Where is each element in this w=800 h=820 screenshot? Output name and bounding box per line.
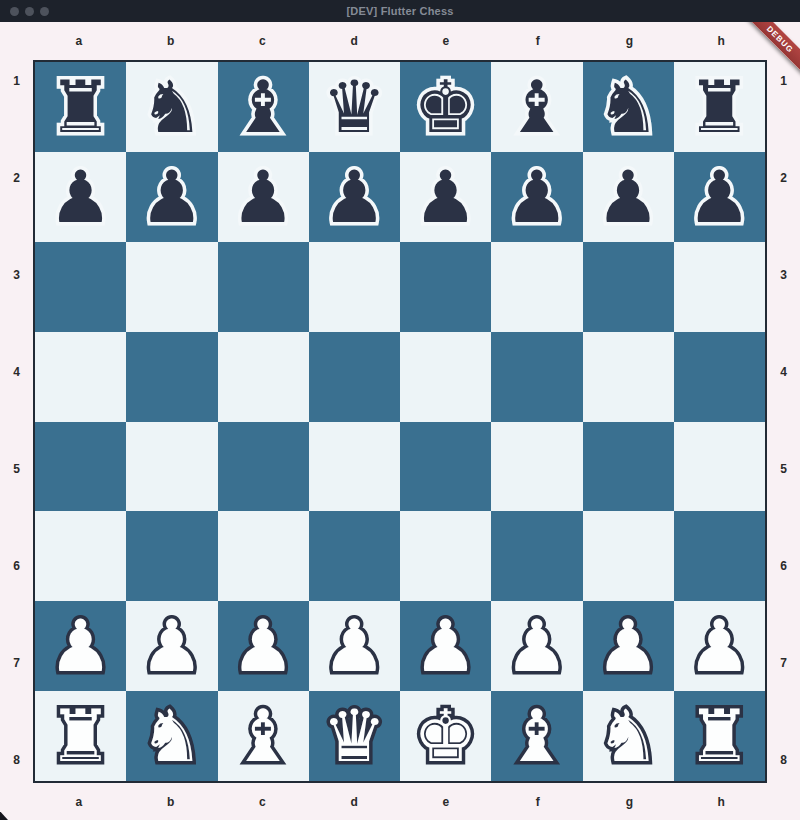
white-pawn-b7[interactable]: ♟♟ <box>126 601 217 691</box>
black-rook-a1[interactable]: ♜♜ <box>35 62 126 152</box>
square-d3[interactable] <box>309 242 400 332</box>
square-d8[interactable]: ♛♛ <box>309 691 400 781</box>
file-labels-bottom: abcdefgh <box>33 783 767 820</box>
black-pawn-d2[interactable]: ♟♟ <box>309 152 400 242</box>
rank-label-left-4: 4 <box>0 324 33 421</box>
piece-glyph: ♟ <box>491 601 582 691</box>
file-label-bottom-g: g <box>584 783 676 820</box>
square-h4[interactable] <box>674 332 765 422</box>
square-a6[interactable] <box>35 511 126 601</box>
square-d2[interactable]: ♟♟ <box>309 152 400 242</box>
white-queen-d8[interactable]: ♛♛ <box>309 691 400 781</box>
black-pawn-g2[interactable]: ♟♟ <box>583 152 674 242</box>
square-f5[interactable] <box>491 422 582 512</box>
square-c1[interactable]: ♝♝ <box>218 62 309 152</box>
square-g2[interactable]: ♟♟ <box>583 152 674 242</box>
rank-label-left-2: 2 <box>0 130 33 227</box>
square-h3[interactable] <box>674 242 765 332</box>
white-bishop-f8[interactable]: ♝♝ <box>491 691 582 781</box>
window-title: [DEV] Flutter Chess <box>346 5 453 17</box>
rank-label-right-3: 3 <box>767 227 800 324</box>
file-label-top-b: b <box>125 22 217 60</box>
piece-glyph: ♝ <box>491 62 582 152</box>
file-label-bottom-a: a <box>33 783 125 820</box>
piece-glyph: ♟ <box>583 152 674 242</box>
square-g6[interactable] <box>583 511 674 601</box>
piece-glyph: ♚ <box>400 691 491 781</box>
square-a4[interactable] <box>35 332 126 422</box>
rank-label-right-7: 7 <box>767 614 800 711</box>
file-label-top-f: f <box>492 22 584 60</box>
square-f8[interactable]: ♝♝ <box>491 691 582 781</box>
rank-label-left-5: 5 <box>0 421 33 518</box>
file-label-top-c: c <box>217 22 309 60</box>
white-pawn-c7[interactable]: ♟♟ <box>218 601 309 691</box>
file-label-bottom-c: c <box>217 783 309 820</box>
black-queen-d1[interactable]: ♛♛ <box>309 62 400 152</box>
square-g3[interactable] <box>583 242 674 332</box>
piece-glyph: ♟ <box>35 601 126 691</box>
square-g1[interactable]: ♞♞ <box>583 62 674 152</box>
piece-glyph: ♟ <box>491 152 582 242</box>
white-pawn-d7[interactable]: ♟♟ <box>309 601 400 691</box>
square-b3[interactable] <box>126 242 217 332</box>
square-c6[interactable] <box>218 511 309 601</box>
piece-glyph: ♜ <box>674 691 765 781</box>
black-bishop-f1[interactable]: ♝♝ <box>491 62 582 152</box>
square-a3[interactable] <box>35 242 126 332</box>
white-pawn-a7[interactable]: ♟♟ <box>35 601 126 691</box>
piece-glyph: ♟ <box>309 152 400 242</box>
piece-glyph: ♝ <box>218 62 309 152</box>
square-f4[interactable] <box>491 332 582 422</box>
file-labels-top: abcdefgh <box>33 22 767 60</box>
rank-label-left-7: 7 <box>0 614 33 711</box>
square-h6[interactable] <box>674 511 765 601</box>
file-label-top-g: g <box>584 22 676 60</box>
window-close-button[interactable] <box>10 7 19 16</box>
white-rook-h8[interactable]: ♜♜ <box>674 691 765 781</box>
piece-glyph: ♟ <box>400 152 491 242</box>
black-pawn-h2[interactable]: ♟♟ <box>674 152 765 242</box>
file-label-bottom-h: h <box>675 783 767 820</box>
rank-labels-right: 12345678 <box>767 33 800 808</box>
black-knight-b1[interactable]: ♞♞ <box>126 62 217 152</box>
chess-board: ♜♜♞♞♝♝♛♛♚♚♝♝♞♞♜♜♟♟♟♟♟♟♟♟♟♟♟♟♟♟♟♟♟♟♟♟♟♟♟♟… <box>33 60 767 783</box>
square-h8[interactable]: ♜♜ <box>674 691 765 781</box>
black-pawn-b2[interactable]: ♟♟ <box>126 152 217 242</box>
piece-glyph: ♜ <box>35 62 126 152</box>
square-d5[interactable] <box>309 422 400 512</box>
file-label-top-d: d <box>308 22 400 60</box>
rank-label-left-8: 8 <box>0 711 33 808</box>
black-pawn-a2[interactable]: ♟♟ <box>35 152 126 242</box>
square-d6[interactable] <box>309 511 400 601</box>
piece-glyph: ♞ <box>126 691 217 781</box>
rank-label-left-1: 1 <box>0 33 33 130</box>
square-e7[interactable]: ♟♟ <box>400 601 491 691</box>
rank-labels-left: 12345678 <box>0 33 33 808</box>
square-h5[interactable] <box>674 422 765 512</box>
rank-label-right-4: 4 <box>767 324 800 421</box>
square-h1[interactable]: ♜♜ <box>674 62 765 152</box>
rank-label-right-6: 6 <box>767 517 800 614</box>
square-b1[interactable]: ♞♞ <box>126 62 217 152</box>
square-e2[interactable]: ♟♟ <box>400 152 491 242</box>
window-minimize-button[interactable] <box>25 7 34 16</box>
piece-glyph: ♟ <box>583 601 674 691</box>
square-a5[interactable] <box>35 422 126 512</box>
piece-glyph: ♟ <box>218 601 309 691</box>
square-e1[interactable]: ♚♚ <box>400 62 491 152</box>
piece-glyph: ♞ <box>583 691 674 781</box>
square-d7[interactable]: ♟♟ <box>309 601 400 691</box>
square-g5[interactable] <box>583 422 674 512</box>
piece-glyph: ♜ <box>674 62 765 152</box>
piece-glyph: ♟ <box>218 152 309 242</box>
white-bishop-c8[interactable]: ♝♝ <box>218 691 309 781</box>
square-b7[interactable]: ♟♟ <box>126 601 217 691</box>
square-h2[interactable]: ♟♟ <box>674 152 765 242</box>
piece-glyph: ♟ <box>400 601 491 691</box>
white-pawn-h7[interactable]: ♟♟ <box>674 601 765 691</box>
file-label-bottom-f: f <box>492 783 584 820</box>
square-c5[interactable] <box>218 422 309 512</box>
square-g7[interactable]: ♟♟ <box>583 601 674 691</box>
rank-label-right-1: 1 <box>767 33 800 130</box>
rank-label-right-8: 8 <box>767 711 800 808</box>
window-titlebar: [DEV] Flutter Chess <box>0 0 800 22</box>
piece-glyph: ♟ <box>309 601 400 691</box>
piece-glyph: ♝ <box>218 691 309 781</box>
square-c3[interactable] <box>218 242 309 332</box>
square-a2[interactable]: ♟♟ <box>35 152 126 242</box>
square-c7[interactable]: ♟♟ <box>218 601 309 691</box>
rank-label-left-3: 3 <box>0 227 33 324</box>
square-f7[interactable]: ♟♟ <box>491 601 582 691</box>
white-rook-a8[interactable]: ♜♜ <box>35 691 126 781</box>
black-king-e1[interactable]: ♚♚ <box>400 62 491 152</box>
file-label-top-e: e <box>400 22 492 60</box>
piece-glyph: ♟ <box>674 152 765 242</box>
white-pawn-f7[interactable]: ♟♟ <box>491 601 582 691</box>
piece-glyph: ♟ <box>674 601 765 691</box>
square-a7[interactable]: ♟♟ <box>35 601 126 691</box>
square-f2[interactable]: ♟♟ <box>491 152 582 242</box>
white-king-e8[interactable]: ♚♚ <box>400 691 491 781</box>
piece-glyph: ♛ <box>309 62 400 152</box>
square-c4[interactable] <box>218 332 309 422</box>
square-b4[interactable] <box>126 332 217 422</box>
piece-glyph: ♜ <box>35 691 126 781</box>
file-label-bottom-d: d <box>308 783 400 820</box>
square-g4[interactable] <box>583 332 674 422</box>
square-b8[interactable]: ♞♞ <box>126 691 217 781</box>
rank-label-right-2: 2 <box>767 130 800 227</box>
square-e6[interactable] <box>400 511 491 601</box>
file-label-bottom-e: e <box>400 783 492 820</box>
piece-glyph: ♚ <box>400 62 491 152</box>
file-label-bottom-b: b <box>125 783 217 820</box>
black-pawn-c2[interactable]: ♟♟ <box>218 152 309 242</box>
window-maximize-button[interactable] <box>40 7 49 16</box>
square-g8[interactable]: ♞♞ <box>583 691 674 781</box>
square-d4[interactable] <box>309 332 400 422</box>
square-e3[interactable] <box>400 242 491 332</box>
piece-glyph: ♝ <box>491 691 582 781</box>
square-b2[interactable]: ♟♟ <box>126 152 217 242</box>
square-f6[interactable] <box>491 511 582 601</box>
mouse-cursor <box>0 809 8 820</box>
rank-label-left-6: 6 <box>0 517 33 614</box>
white-knight-b8[interactable]: ♞♞ <box>126 691 217 781</box>
black-pawn-e2[interactable]: ♟♟ <box>400 152 491 242</box>
window-controls <box>10 0 49 22</box>
piece-glyph: ♛ <box>309 691 400 781</box>
square-d1[interactable]: ♛♛ <box>309 62 400 152</box>
white-pawn-e7[interactable]: ♟♟ <box>400 601 491 691</box>
piece-glyph: ♞ <box>583 62 674 152</box>
black-bishop-c1[interactable]: ♝♝ <box>218 62 309 152</box>
square-c8[interactable]: ♝♝ <box>218 691 309 781</box>
piece-glyph: ♟ <box>35 152 126 242</box>
white-pawn-g7[interactable]: ♟♟ <box>583 601 674 691</box>
file-label-top-h: h <box>675 22 767 60</box>
square-f1[interactable]: ♝♝ <box>491 62 582 152</box>
square-h7[interactable]: ♟♟ <box>674 601 765 691</box>
black-knight-g1[interactable]: ♞♞ <box>583 62 674 152</box>
piece-glyph: ♟ <box>126 601 217 691</box>
black-pawn-f2[interactable]: ♟♟ <box>491 152 582 242</box>
square-e8[interactable]: ♚♚ <box>400 691 491 781</box>
square-b6[interactable] <box>126 511 217 601</box>
square-f3[interactable] <box>491 242 582 332</box>
square-c2[interactable]: ♟♟ <box>218 152 309 242</box>
file-label-top-a: a <box>33 22 125 60</box>
square-e5[interactable] <box>400 422 491 512</box>
rank-label-right-5: 5 <box>767 421 800 518</box>
square-e4[interactable] <box>400 332 491 422</box>
piece-glyph: ♟ <box>126 152 217 242</box>
black-rook-h1[interactable]: ♜♜ <box>674 62 765 152</box>
square-a8[interactable]: ♜♜ <box>35 691 126 781</box>
square-a1[interactable]: ♜♜ <box>35 62 126 152</box>
square-b5[interactable] <box>126 422 217 512</box>
piece-glyph: ♞ <box>126 62 217 152</box>
white-knight-g8[interactable]: ♞♞ <box>583 691 674 781</box>
